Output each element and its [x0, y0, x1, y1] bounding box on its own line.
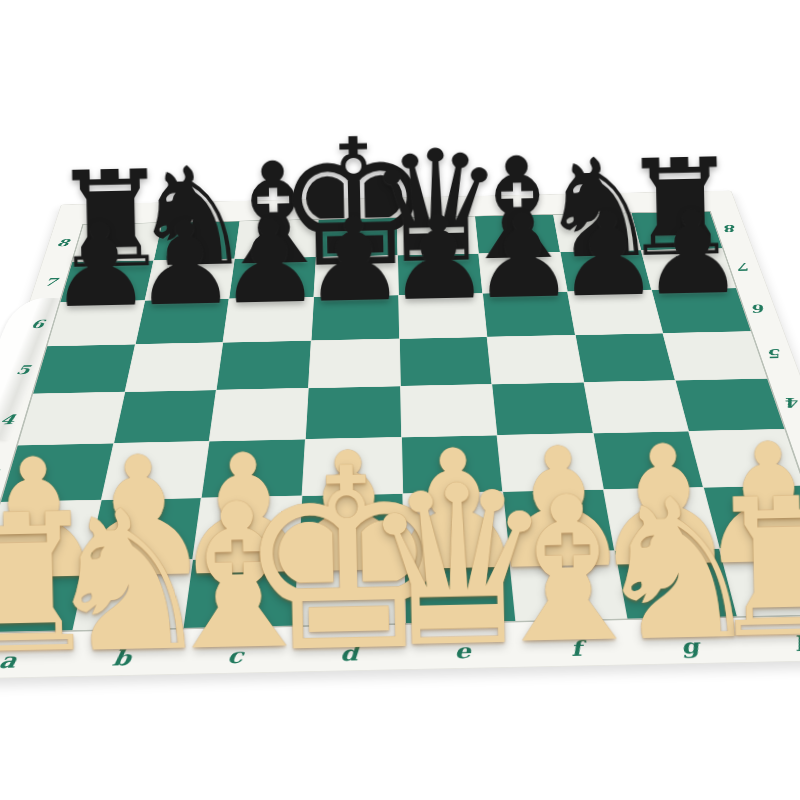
square-b2 — [88, 498, 201, 562]
square-a4 — [18, 392, 124, 445]
square-a7 — [61, 260, 154, 302]
file-label-e: e — [405, 638, 520, 664]
square-e3 — [402, 436, 503, 494]
square-c4 — [210, 388, 308, 441]
square-d8 — [316, 218, 397, 256]
square-b4 — [114, 390, 216, 443]
square-c3 — [202, 440, 305, 498]
square-h3 — [689, 430, 800, 487]
square-c6 — [223, 297, 313, 342]
chess-set-photo: abcdefgh 87654321 87654321 ♜♞♝♚♛♝♞♜♟♟♟♟♟… — [0, 0, 800, 800]
square-g8 — [554, 213, 641, 251]
square-h6 — [652, 288, 750, 333]
squares-grid — [0, 211, 800, 634]
square-d5 — [309, 339, 400, 388]
square-c2 — [193, 496, 301, 559]
file-label-g: g — [631, 633, 750, 659]
perspective-wrapper: abcdefgh 87654321 87654321 ♜♞♝♚♛♝♞♜♟♟♟♟♟… — [0, 0, 800, 800]
square-g6 — [568, 290, 663, 335]
square-h7 — [642, 249, 736, 290]
square-g5 — [576, 333, 675, 381]
square-e1 — [404, 553, 515, 623]
square-b3 — [102, 442, 209, 500]
square-f8 — [475, 215, 559, 253]
square-b7 — [145, 259, 234, 301]
square-f2 — [503, 490, 614, 553]
square-h4 — [676, 378, 784, 431]
square-b5 — [125, 343, 223, 392]
square-d7 — [314, 255, 398, 296]
square-e6 — [399, 294, 487, 339]
square-d2 — [299, 494, 403, 557]
square-e4 — [400, 384, 496, 437]
file-label-h: h — [743, 631, 800, 657]
square-h2 — [704, 485, 800, 548]
square-b6 — [135, 299, 228, 344]
square-f1 — [510, 551, 627, 621]
square-c5 — [217, 341, 311, 390]
square-g4 — [584, 380, 688, 433]
square-c8 — [235, 220, 318, 259]
square-a5 — [33, 344, 134, 393]
file-label-a: a — [0, 647, 68, 673]
file-label-f: f — [518, 636, 635, 662]
square-a6 — [47, 301, 144, 346]
square-c7 — [230, 257, 316, 299]
square-a2 — [0, 500, 100, 564]
file-label-d: d — [291, 640, 406, 666]
square-a8 — [73, 223, 162, 262]
square-f6 — [483, 292, 575, 337]
square-f5 — [488, 335, 584, 383]
file-labels: abcdefgh — [0, 631, 800, 674]
square-e7 — [398, 254, 483, 295]
square-g7 — [560, 250, 651, 291]
file-label-c: c — [177, 643, 293, 669]
square-d6 — [311, 295, 398, 340]
chess-board-sheet: abcdefgh 87654321 87654321 — [0, 191, 800, 681]
square-f4 — [492, 382, 592, 435]
square-a3 — [1, 444, 113, 502]
square-b8 — [154, 221, 240, 260]
square-c1 — [184, 558, 298, 628]
square-d1 — [295, 556, 405, 626]
square-d3 — [302, 438, 402, 496]
file-label-b: b — [62, 645, 180, 671]
square-d4 — [306, 386, 401, 439]
square-f7 — [479, 252, 567, 293]
square-f3 — [498, 434, 603, 492]
square-g1 — [615, 549, 737, 618]
square-e5 — [399, 337, 491, 385]
square-h8 — [632, 212, 722, 250]
square-g3 — [593, 432, 703, 489]
square-b1 — [73, 560, 192, 630]
square-g2 — [604, 488, 720, 551]
square-h5 — [664, 332, 767, 380]
square-e8 — [397, 217, 478, 255]
square-e2 — [403, 492, 509, 555]
